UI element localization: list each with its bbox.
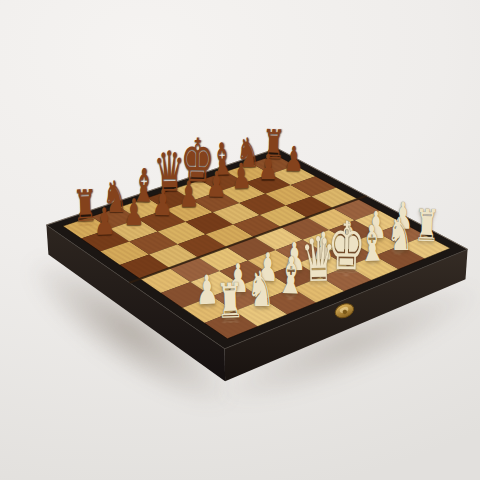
photo-stage: ♜♜♞♞♟♟♝♝♟♟♚♚♟♟♛♛♟♟♝♝♟♟♞♞♟♟♜♜♟♟♟♟♟♟♟♟♜♜♟♟… [0, 0, 480, 480]
chess-board [0, 0, 480, 480]
